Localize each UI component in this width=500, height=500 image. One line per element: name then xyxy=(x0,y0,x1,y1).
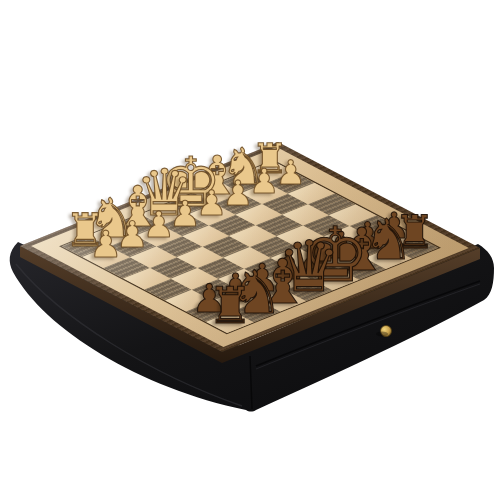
drawer-knob-shadow xyxy=(376,332,388,337)
chess-set-photo: ♜♞♝♛♚♝♞♜♟♟♟♟♟♟♟♟♟♟♟♟♟♟♟♟♜♞♝♛♚♝♞♜ xyxy=(0,0,500,500)
